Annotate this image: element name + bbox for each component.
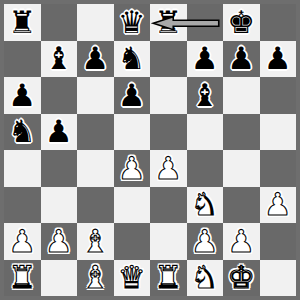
piece-black-pawn[interactable]: ♟ (8, 80, 36, 111)
chess-board: ♜♛♜♚♝♟♞♟♟♟♟♟♝♞♟♟♟♞♟♟♟♝♟♟♜♝♛♜♞♚ (0, 0, 300, 300)
square-a2[interactable]: ♟ (4, 223, 41, 260)
square-g7[interactable]: ♟ (223, 41, 260, 78)
square-a1[interactable]: ♜ (4, 260, 41, 297)
square-e7[interactable] (150, 41, 187, 78)
square-d2[interactable] (114, 223, 151, 260)
piece-black-rook[interactable]: ♜ (154, 7, 182, 38)
piece-white-bishop[interactable]: ♝ (81, 226, 109, 257)
piece-white-pawn[interactable]: ♟ (8, 226, 36, 257)
piece-white-knight[interactable]: ♞ (191, 189, 219, 220)
square-c4[interactable] (77, 150, 114, 187)
square-e2[interactable] (150, 223, 187, 260)
square-h4[interactable] (260, 150, 297, 187)
piece-black-pawn[interactable]: ♟ (81, 43, 109, 74)
square-c8[interactable] (77, 4, 114, 41)
square-f4[interactable] (187, 150, 224, 187)
piece-black-rook[interactable]: ♜ (8, 7, 36, 38)
square-f6[interactable]: ♝ (187, 77, 224, 114)
square-b3[interactable] (41, 187, 78, 224)
piece-white-rook[interactable]: ♜ (154, 262, 182, 293)
square-b4[interactable] (41, 150, 78, 187)
square-h1[interactable] (260, 260, 297, 297)
square-c6[interactable] (77, 77, 114, 114)
square-e8[interactable]: ♜ (150, 4, 187, 41)
square-d8[interactable]: ♛ (114, 4, 151, 41)
piece-white-rook[interactable]: ♜ (8, 262, 36, 293)
square-h7[interactable]: ♟ (260, 41, 297, 78)
square-f5[interactable] (187, 114, 224, 151)
square-d6[interactable]: ♟ (114, 77, 151, 114)
piece-black-pawn[interactable]: ♟ (191, 43, 219, 74)
square-e1[interactable]: ♜ (150, 260, 187, 297)
square-b8[interactable] (41, 4, 78, 41)
square-c7[interactable]: ♟ (77, 41, 114, 78)
square-a5[interactable]: ♞ (4, 114, 41, 151)
square-h2[interactable] (260, 223, 297, 260)
piece-black-queen[interactable]: ♛ (118, 7, 146, 38)
square-e4[interactable]: ♟ (150, 150, 187, 187)
square-g8[interactable]: ♚ (223, 4, 260, 41)
piece-black-king[interactable]: ♚ (227, 7, 255, 38)
piece-white-king[interactable]: ♚ (227, 262, 255, 293)
square-d5[interactable] (114, 114, 151, 151)
piece-white-pawn[interactable]: ♟ (154, 153, 182, 184)
piece-white-pawn[interactable]: ♟ (191, 226, 219, 257)
square-c1[interactable]: ♝ (77, 260, 114, 297)
square-a8[interactable]: ♜ (4, 4, 41, 41)
square-d3[interactable] (114, 187, 151, 224)
square-h6[interactable] (260, 77, 297, 114)
piece-white-pawn[interactable]: ♟ (227, 226, 255, 257)
square-g2[interactable]: ♟ (223, 223, 260, 260)
piece-black-pawn[interactable]: ♟ (45, 116, 73, 147)
square-d1[interactable]: ♛ (114, 260, 151, 297)
square-b2[interactable]: ♟ (41, 223, 78, 260)
piece-black-pawn[interactable]: ♟ (227, 43, 255, 74)
piece-white-pawn[interactable]: ♟ (118, 153, 146, 184)
square-e6[interactable] (150, 77, 187, 114)
square-b7[interactable]: ♝ (41, 41, 78, 78)
square-f2[interactable]: ♟ (187, 223, 224, 260)
square-b6[interactable] (41, 77, 78, 114)
piece-white-queen[interactable]: ♛ (118, 262, 146, 293)
square-a6[interactable]: ♟ (4, 77, 41, 114)
piece-white-pawn[interactable]: ♟ (45, 226, 73, 257)
square-e5[interactable] (150, 114, 187, 151)
piece-white-pawn[interactable]: ♟ (264, 189, 292, 220)
square-b5[interactable]: ♟ (41, 114, 78, 151)
piece-black-pawn[interactable]: ♟ (264, 43, 292, 74)
square-d4[interactable]: ♟ (114, 150, 151, 187)
square-g6[interactable] (223, 77, 260, 114)
square-g3[interactable] (223, 187, 260, 224)
square-g1[interactable]: ♚ (223, 260, 260, 297)
square-f3[interactable]: ♞ (187, 187, 224, 224)
square-f7[interactable]: ♟ (187, 41, 224, 78)
square-a3[interactable] (4, 187, 41, 224)
square-g4[interactable] (223, 150, 260, 187)
square-h5[interactable] (260, 114, 297, 151)
piece-black-knight[interactable]: ♞ (118, 43, 146, 74)
square-e3[interactable] (150, 187, 187, 224)
piece-black-bishop[interactable]: ♝ (191, 80, 219, 111)
square-g5[interactable] (223, 114, 260, 151)
piece-black-pawn[interactable]: ♟ (118, 80, 146, 111)
square-a4[interactable] (4, 150, 41, 187)
square-c3[interactable] (77, 187, 114, 224)
board-grid: ♜♛♜♚♝♟♞♟♟♟♟♟♝♞♟♟♟♞♟♟♟♝♟♟♜♝♛♜♞♚ (4, 4, 296, 296)
piece-white-knight[interactable]: ♞ (191, 262, 219, 293)
square-h8[interactable] (260, 4, 297, 41)
piece-white-bishop[interactable]: ♝ (81, 262, 109, 293)
piece-black-knight[interactable]: ♞ (8, 116, 36, 147)
square-b1[interactable] (41, 260, 78, 297)
square-h3[interactable]: ♟ (260, 187, 297, 224)
square-f1[interactable]: ♞ (187, 260, 224, 297)
square-a7[interactable] (4, 41, 41, 78)
square-c2[interactable]: ♝ (77, 223, 114, 260)
piece-black-bishop[interactable]: ♝ (45, 43, 73, 74)
square-c5[interactable] (77, 114, 114, 151)
square-f8[interactable] (187, 4, 224, 41)
square-d7[interactable]: ♞ (114, 41, 151, 78)
